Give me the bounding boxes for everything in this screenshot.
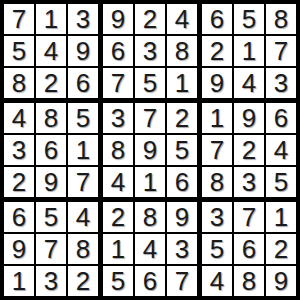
cell-r6c6: 6 [167, 167, 197, 197]
cell-r1c3: 3 [68, 4, 98, 34]
cell-r4c4: 3 [103, 103, 133, 133]
cell-r6c9: 5 [266, 167, 296, 197]
cell-r3c2: 2 [36, 68, 66, 98]
cell-r4c7: 1 [202, 103, 232, 133]
cell-r2c7: 2 [202, 36, 232, 66]
cell-r2c9: 7 [266, 36, 296, 66]
cell-r5c4: 8 [103, 135, 133, 165]
cell-r7c8: 7 [234, 202, 264, 232]
cell-r1c8: 5 [234, 4, 264, 34]
sudoku-board: 7139246585496382178267519434853721963618… [0, 0, 300, 300]
cell-r3c6: 1 [167, 68, 197, 98]
cell-r1c6: 4 [167, 4, 197, 34]
cell-r5c5: 9 [135, 135, 165, 165]
cell-r8c3: 8 [68, 234, 98, 264]
cell-r6c5: 1 [135, 167, 165, 197]
cell-r1c9: 8 [266, 4, 296, 34]
cell-r7c4: 2 [103, 202, 133, 232]
cell-r2c5: 3 [135, 36, 165, 66]
cell-r8c8: 6 [234, 234, 264, 264]
cell-r8c5: 4 [135, 234, 165, 264]
cell-r4c3: 5 [68, 103, 98, 133]
cell-r4c2: 8 [36, 103, 66, 133]
cell-r3c1: 8 [4, 68, 34, 98]
cell-r3c8: 4 [234, 68, 264, 98]
cell-r3c3: 6 [68, 68, 98, 98]
cell-r4c8: 9 [234, 103, 264, 133]
cell-r8c7: 5 [202, 234, 232, 264]
cell-r5c6: 5 [167, 135, 197, 165]
cell-r9c8: 8 [234, 266, 264, 296]
cell-r5c8: 2 [234, 135, 264, 165]
cell-r5c3: 1 [68, 135, 98, 165]
cell-r7c6: 9 [167, 202, 197, 232]
cell-r8c2: 7 [36, 234, 66, 264]
cell-r9c3: 2 [68, 266, 98, 296]
cell-r2c1: 5 [4, 36, 34, 66]
cell-r3c4: 7 [103, 68, 133, 98]
cell-r1c2: 1 [36, 4, 66, 34]
cell-r1c5: 2 [135, 4, 165, 34]
cell-r7c1: 6 [4, 202, 34, 232]
cell-r6c3: 7 [68, 167, 98, 197]
cell-r3c7: 9 [202, 68, 232, 98]
cell-r6c7: 8 [202, 167, 232, 197]
cell-r2c6: 8 [167, 36, 197, 66]
cell-r8c1: 9 [4, 234, 34, 264]
cell-r9c5: 6 [135, 266, 165, 296]
cell-r1c7: 6 [202, 4, 232, 34]
cell-r6c2: 9 [36, 167, 66, 197]
cell-r1c1: 7 [4, 4, 34, 34]
cell-r5c9: 4 [266, 135, 296, 165]
cell-r7c3: 4 [68, 202, 98, 232]
cell-r8c9: 2 [266, 234, 296, 264]
cell-r7c9: 1 [266, 202, 296, 232]
cell-r8c6: 3 [167, 234, 197, 264]
cell-r9c1: 1 [4, 266, 34, 296]
cell-r3c5: 5 [135, 68, 165, 98]
cell-r9c4: 5 [103, 266, 133, 296]
cell-r6c1: 2 [4, 167, 34, 197]
cell-r9c7: 4 [202, 266, 232, 296]
cell-r7c7: 3 [202, 202, 232, 232]
cell-r4c1: 4 [4, 103, 34, 133]
cell-r6c4: 4 [103, 167, 133, 197]
cell-r2c3: 9 [68, 36, 98, 66]
cell-r5c1: 3 [4, 135, 34, 165]
cell-r4c6: 2 [167, 103, 197, 133]
cell-r8c4: 1 [103, 234, 133, 264]
cell-r4c9: 6 [266, 103, 296, 133]
cell-r2c4: 6 [103, 36, 133, 66]
cell-r9c6: 7 [167, 266, 197, 296]
cell-r6c8: 3 [234, 167, 264, 197]
cell-r4c5: 7 [135, 103, 165, 133]
cell-r7c2: 5 [36, 202, 66, 232]
cell-r2c2: 4 [36, 36, 66, 66]
cell-r5c7: 7 [202, 135, 232, 165]
cell-r7c5: 8 [135, 202, 165, 232]
cell-r9c2: 3 [36, 266, 66, 296]
cell-r9c9: 9 [266, 266, 296, 296]
cell-r5c2: 6 [36, 135, 66, 165]
cell-r2c8: 1 [234, 36, 264, 66]
cell-r1c4: 9 [103, 4, 133, 34]
cell-r3c9: 3 [266, 68, 296, 98]
